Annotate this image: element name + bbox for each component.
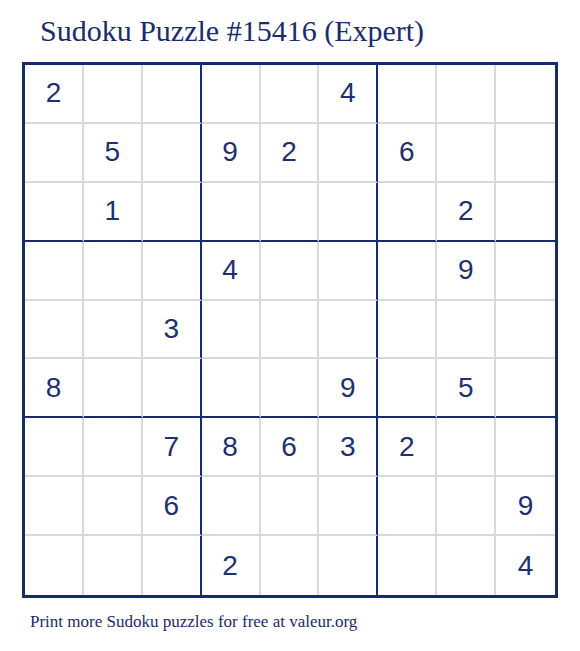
cell-r7c1[interactable]: [25, 418, 84, 477]
cell-r6c1[interactable]: 8: [25, 359, 84, 418]
cell-r4c3[interactable]: [143, 242, 202, 301]
cell-r6c4[interactable]: [202, 359, 261, 418]
cell-r3c1[interactable]: [25, 183, 84, 242]
cell-r3c3[interactable]: [143, 183, 202, 242]
cell-r1c3[interactable]: [143, 65, 202, 124]
cell-r5c9[interactable]: [496, 301, 555, 360]
cell-r7c4[interactable]: 8: [202, 418, 261, 477]
cell-r9c6[interactable]: [319, 536, 378, 595]
cell-r5c5[interactable]: [261, 301, 320, 360]
cell-r4c2[interactable]: [84, 242, 143, 301]
cell-r5c8[interactable]: [437, 301, 496, 360]
cell-r9c1[interactable]: [25, 536, 84, 595]
cell-r9c3[interactable]: [143, 536, 202, 595]
cell-r1c7[interactable]: [378, 65, 437, 124]
cell-r7c2[interactable]: [84, 418, 143, 477]
cell-r2c1[interactable]: [25, 124, 84, 183]
cell-r9c5[interactable]: [261, 536, 320, 595]
cell-r6c3[interactable]: [143, 359, 202, 418]
cell-r1c2[interactable]: [84, 65, 143, 124]
sudoku-board: 24592612493895786326924: [22, 62, 558, 598]
cell-r1c8[interactable]: [437, 65, 496, 124]
cell-r3c5[interactable]: [261, 183, 320, 242]
cell-r8c6[interactable]: [319, 477, 378, 536]
cell-r7c8[interactable]: [437, 418, 496, 477]
footer-text: Print more Sudoku puzzles for free at va…: [30, 612, 357, 632]
cell-r4c7[interactable]: [378, 242, 437, 301]
cell-r6c6[interactable]: 9: [319, 359, 378, 418]
cell-r1c9[interactable]: [496, 65, 555, 124]
cell-r5c4[interactable]: [202, 301, 261, 360]
cell-r8c2[interactable]: [84, 477, 143, 536]
cell-r3c4[interactable]: [202, 183, 261, 242]
cell-r5c2[interactable]: [84, 301, 143, 360]
cell-r8c4[interactable]: [202, 477, 261, 536]
cell-r2c5[interactable]: 2: [261, 124, 320, 183]
cell-r4c6[interactable]: [319, 242, 378, 301]
cell-r9c8[interactable]: [437, 536, 496, 595]
cell-r5c3[interactable]: 3: [143, 301, 202, 360]
cell-r3c8[interactable]: 2: [437, 183, 496, 242]
cell-r4c4[interactable]: 4: [202, 242, 261, 301]
cell-r2c7[interactable]: 6: [378, 124, 437, 183]
cell-r6c2[interactable]: [84, 359, 143, 418]
cell-r8c1[interactable]: [25, 477, 84, 536]
cell-r1c4[interactable]: [202, 65, 261, 124]
cell-r6c5[interactable]: [261, 359, 320, 418]
cell-r6c7[interactable]: [378, 359, 437, 418]
cell-r8c7[interactable]: [378, 477, 437, 536]
cell-r7c3[interactable]: 7: [143, 418, 202, 477]
cell-r9c7[interactable]: [378, 536, 437, 595]
cell-r8c5[interactable]: [261, 477, 320, 536]
page-title: Sudoku Puzzle #15416 (Expert): [40, 14, 424, 48]
cell-r5c6[interactable]: [319, 301, 378, 360]
cell-r9c9[interactable]: 4: [496, 536, 555, 595]
cell-r2c6[interactable]: [319, 124, 378, 183]
cell-r4c9[interactable]: [496, 242, 555, 301]
cell-r5c7[interactable]: [378, 301, 437, 360]
cell-r7c6[interactable]: 3: [319, 418, 378, 477]
cell-r3c7[interactable]: [378, 183, 437, 242]
cell-r5c1[interactable]: [25, 301, 84, 360]
cell-r4c8[interactable]: 9: [437, 242, 496, 301]
cell-r4c5[interactable]: [261, 242, 320, 301]
cell-r4c1[interactable]: [25, 242, 84, 301]
cell-r2c8[interactable]: [437, 124, 496, 183]
cell-r9c2[interactable]: [84, 536, 143, 595]
cell-r7c5[interactable]: 6: [261, 418, 320, 477]
sudoku-page: Sudoku Puzzle #15416 (Expert) 2459261249…: [0, 0, 580, 651]
cell-r2c2[interactable]: 5: [84, 124, 143, 183]
cell-r2c4[interactable]: 9: [202, 124, 261, 183]
cell-r1c5[interactable]: [261, 65, 320, 124]
cell-r7c7[interactable]: 2: [378, 418, 437, 477]
cell-r3c9[interactable]: [496, 183, 555, 242]
cell-r8c8[interactable]: [437, 477, 496, 536]
cell-r1c6[interactable]: 4: [319, 65, 378, 124]
cell-r8c3[interactable]: 6: [143, 477, 202, 536]
cell-r6c9[interactable]: [496, 359, 555, 418]
cell-r1c1[interactable]: 2: [25, 65, 84, 124]
cell-r2c9[interactable]: [496, 124, 555, 183]
cell-r6c8[interactable]: 5: [437, 359, 496, 418]
cell-r2c3[interactable]: [143, 124, 202, 183]
cell-r8c9[interactable]: 9: [496, 477, 555, 536]
cell-r3c6[interactable]: [319, 183, 378, 242]
cell-r7c9[interactable]: [496, 418, 555, 477]
cell-r9c4[interactable]: 2: [202, 536, 261, 595]
cell-r3c2[interactable]: 1: [84, 183, 143, 242]
